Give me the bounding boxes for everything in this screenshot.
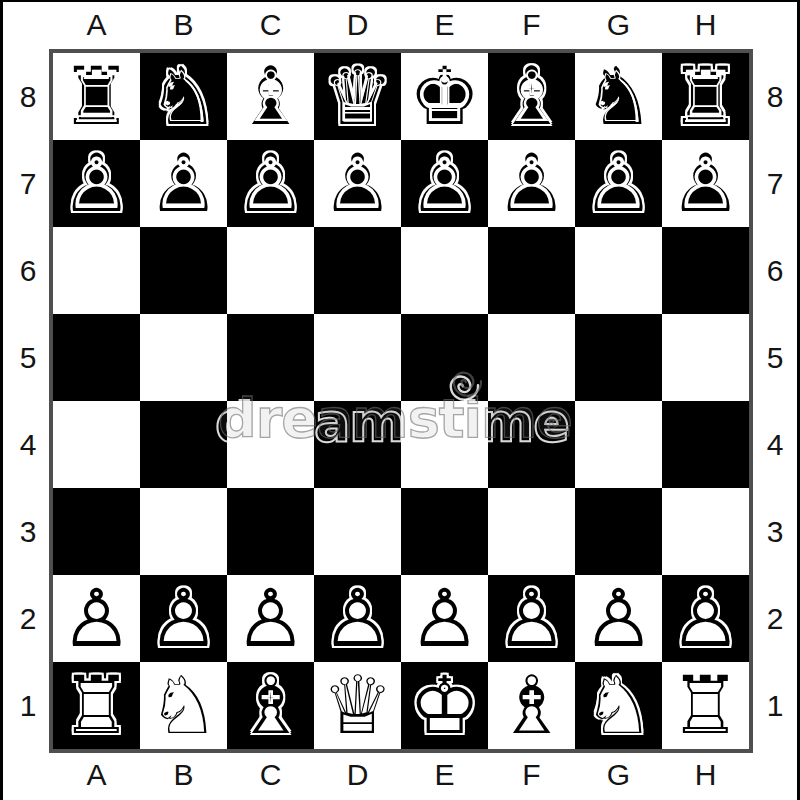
piece-outline-layer: ♙ xyxy=(319,145,396,222)
square-b5[interactable] xyxy=(140,314,227,401)
piece-outline-layer: ♗ xyxy=(227,662,314,749)
square-f5[interactable] xyxy=(488,314,575,401)
square-b7[interactable]: ♟♙ xyxy=(140,140,227,227)
square-g5[interactable] xyxy=(575,314,662,401)
piece-outline-layer: ♙ xyxy=(401,575,488,662)
square-e8[interactable]: ♚♔ xyxy=(401,53,488,140)
square-h6[interactable] xyxy=(662,227,749,314)
piece-outline-layer: ♖ xyxy=(53,662,140,749)
square-d8[interactable]: ♛♕ xyxy=(314,53,401,140)
piece-black-pawn[interactable]: ♟♙ xyxy=(53,140,140,227)
piece-white-pawn[interactable]: ♟♙ xyxy=(401,575,488,662)
file-label-bottom-d: D xyxy=(314,758,401,792)
square-h1[interactable]: ♜♖ xyxy=(662,662,749,749)
rank-label-left-6: 6 xyxy=(10,227,46,314)
piece-outline-layer: ♖ xyxy=(58,58,135,135)
piece-white-rook[interactable]: ♜♖ xyxy=(662,662,749,749)
square-c2[interactable]: ♟♙ xyxy=(227,575,314,662)
piece-outline-layer: ♖ xyxy=(662,662,749,749)
square-e5[interactable] xyxy=(401,314,488,401)
piece-black-pawn[interactable]: ♟♙ xyxy=(575,140,662,227)
square-g3[interactable] xyxy=(575,488,662,575)
piece-white-pawn[interactable]: ♟♙ xyxy=(662,575,749,662)
square-h8[interactable]: ♜♖ xyxy=(662,53,749,140)
piece-outline-layer: ♘ xyxy=(145,58,222,135)
rank-label-left-7: 7 xyxy=(10,140,46,227)
square-b2[interactable]: ♟♙ xyxy=(140,575,227,662)
rank-label-right-2: 2 xyxy=(757,575,793,662)
rank-label-right-5: 5 xyxy=(757,314,793,401)
piece-outline-layer: ♙ xyxy=(667,145,744,222)
file-label-top-a: A xyxy=(53,8,140,42)
square-c5[interactable] xyxy=(227,314,314,401)
piece-outline-layer: ♙ xyxy=(580,145,657,222)
rank-label-right-1: 1 xyxy=(757,662,793,749)
square-b3[interactable] xyxy=(140,488,227,575)
rank-label-right-4: 4 xyxy=(757,401,793,488)
piece-black-pawn[interactable]: ♟♙ xyxy=(401,140,488,227)
piece-black-rook[interactable]: ♜♖ xyxy=(662,53,749,140)
square-d3[interactable] xyxy=(314,488,401,575)
file-label-top-d: D xyxy=(314,8,401,42)
piece-black-pawn[interactable]: ♟♙ xyxy=(227,140,314,227)
square-c7[interactable]: ♟♙ xyxy=(227,140,314,227)
piece-black-queen[interactable]: ♛♕ xyxy=(314,53,401,140)
square-e6[interactable] xyxy=(401,227,488,314)
file-label-top-e: E xyxy=(401,8,488,42)
square-g6[interactable] xyxy=(575,227,662,314)
square-b4[interactable] xyxy=(140,401,227,488)
piece-white-pawn[interactable]: ♟♙ xyxy=(314,575,401,662)
rank-label-left-8: 8 xyxy=(10,53,46,140)
file-label-top-h: H xyxy=(662,8,749,42)
square-d5[interactable] xyxy=(314,314,401,401)
square-e2[interactable]: ♟♙ xyxy=(401,575,488,662)
square-g7[interactable]: ♟♙ xyxy=(575,140,662,227)
image-frame-top xyxy=(0,0,800,2)
piece-outline-layer: ♗ xyxy=(232,58,309,135)
piece-white-pawn[interactable]: ♟♙ xyxy=(53,575,140,662)
piece-black-bishop[interactable]: ♝♗ xyxy=(227,53,314,140)
file-label-bottom-g: G xyxy=(575,758,662,792)
file-label-bottom-h: H xyxy=(662,758,749,792)
square-f7[interactable]: ♟♙ xyxy=(488,140,575,227)
file-label-bottom-f: F xyxy=(488,758,575,792)
piece-white-pawn[interactable]: ♟♙ xyxy=(140,575,227,662)
square-f4[interactable] xyxy=(488,401,575,488)
rank-label-right-8: 8 xyxy=(757,53,793,140)
square-a1[interactable]: ♜♖ xyxy=(53,662,140,749)
square-a2[interactable]: ♟♙ xyxy=(53,575,140,662)
piece-black-rook[interactable]: ♜♖ xyxy=(53,53,140,140)
square-d6[interactable] xyxy=(314,227,401,314)
piece-black-pawn[interactable]: ♟♙ xyxy=(314,140,401,227)
rank-label-right-3: 3 xyxy=(757,488,793,575)
piece-white-rook[interactable]: ♜♖ xyxy=(53,662,140,749)
piece-white-pawn[interactable]: ♟♙ xyxy=(227,575,314,662)
square-h3[interactable] xyxy=(662,488,749,575)
piece-white-king[interactable]: ♚♔ xyxy=(401,662,488,749)
piece-outline-layer: ♙ xyxy=(227,575,314,662)
piece-outline-layer: ♙ xyxy=(488,575,575,662)
square-g2[interactable]: ♟♙ xyxy=(575,575,662,662)
file-label-bottom-c: C xyxy=(227,758,314,792)
square-a8[interactable]: ♜♖ xyxy=(53,53,140,140)
file-label-top-g: G xyxy=(575,8,662,42)
square-b6[interactable] xyxy=(140,227,227,314)
piece-outline-layer: ♘ xyxy=(575,662,662,749)
piece-outline-layer: ♔ xyxy=(401,662,488,749)
file-label-top-c: C xyxy=(227,8,314,42)
piece-white-knight[interactable]: ♞♘ xyxy=(575,662,662,749)
file-label-top-b: B xyxy=(140,8,227,42)
square-b1[interactable]: ♞♘ xyxy=(140,662,227,749)
piece-outline-layer: ♔ xyxy=(406,58,483,135)
square-g1[interactable]: ♞♘ xyxy=(575,662,662,749)
piece-black-knight[interactable]: ♞♘ xyxy=(575,53,662,140)
rank-label-right-7: 7 xyxy=(757,140,793,227)
square-f8[interactable]: ♝♗ xyxy=(488,53,575,140)
piece-white-bishop[interactable]: ♝♗ xyxy=(488,662,575,749)
piece-outline-layer: ♙ xyxy=(406,145,483,222)
piece-outline-layer: ♙ xyxy=(232,145,309,222)
square-e1[interactable]: ♚♔ xyxy=(401,662,488,749)
piece-white-bishop[interactable]: ♝♗ xyxy=(227,662,314,749)
square-a5[interactable] xyxy=(53,314,140,401)
square-h4[interactable] xyxy=(662,401,749,488)
piece-black-pawn[interactable]: ♟♙ xyxy=(140,140,227,227)
rank-label-left-5: 5 xyxy=(10,314,46,401)
piece-outline-layer: ♗ xyxy=(493,58,570,135)
file-label-top-f: F xyxy=(488,8,575,42)
square-c4[interactable] xyxy=(227,401,314,488)
square-d7[interactable]: ♟♙ xyxy=(314,140,401,227)
square-c1[interactable]: ♝♗ xyxy=(227,662,314,749)
square-d2[interactable]: ♟♙ xyxy=(314,575,401,662)
rank-label-right-6: 6 xyxy=(757,227,793,314)
square-g8[interactable]: ♞♘ xyxy=(575,53,662,140)
square-f2[interactable]: ♟♙ xyxy=(488,575,575,662)
piece-outline-layer: ♙ xyxy=(140,575,227,662)
image-frame-left xyxy=(0,0,3,800)
rank-label-left-1: 1 xyxy=(10,662,46,749)
square-f6[interactable] xyxy=(488,227,575,314)
rank-label-left-3: 3 xyxy=(10,488,46,575)
square-c6[interactable] xyxy=(227,227,314,314)
piece-black-knight[interactable]: ♞♘ xyxy=(140,53,227,140)
piece-outline-layer: ♙ xyxy=(53,575,140,662)
piece-black-bishop[interactable]: ♝♗ xyxy=(488,53,575,140)
piece-black-king[interactable]: ♚♔ xyxy=(401,53,488,140)
square-b8[interactable]: ♞♘ xyxy=(140,53,227,140)
piece-outline-layer: ♘ xyxy=(140,662,227,749)
piece-white-knight[interactable]: ♞♘ xyxy=(140,662,227,749)
square-a3[interactable] xyxy=(53,488,140,575)
square-a4[interactable] xyxy=(53,401,140,488)
square-d4[interactable] xyxy=(314,401,401,488)
piece-black-pawn[interactable]: ♟♙ xyxy=(488,140,575,227)
square-c8[interactable]: ♝♗ xyxy=(227,53,314,140)
piece-outline-layer: ♖ xyxy=(667,58,744,135)
piece-outline-layer: ♕ xyxy=(319,58,396,135)
piece-outline-layer: ♗ xyxy=(488,662,575,749)
piece-white-queen[interactable]: ♛♕ xyxy=(314,662,401,749)
piece-outline-layer: ♙ xyxy=(575,575,662,662)
square-h2[interactable]: ♟♙ xyxy=(662,575,749,662)
piece-black-pawn[interactable]: ♟♙ xyxy=(662,140,749,227)
square-h7[interactable]: ♟♙ xyxy=(662,140,749,227)
chess-board: ♜♖♞♘♝♗♛♕♚♔♝♗♞♘♜♖♟♙♟♙♟♙♟♙♟♙♟♙♟♙♟♙♟♙♟♙♟♙♟♙… xyxy=(49,49,753,753)
square-e4[interactable] xyxy=(401,401,488,488)
file-label-bottom-a: A xyxy=(53,758,140,792)
piece-outline-layer: ♙ xyxy=(314,575,401,662)
piece-outline-layer: ♙ xyxy=(145,145,222,222)
square-e7[interactable]: ♟♙ xyxy=(401,140,488,227)
square-g4[interactable] xyxy=(575,401,662,488)
square-h5[interactable] xyxy=(662,314,749,401)
piece-outline-layer: ♕ xyxy=(314,662,401,749)
square-c3[interactable] xyxy=(227,488,314,575)
piece-outline-layer: ♙ xyxy=(58,145,135,222)
rank-label-left-2: 2 xyxy=(10,575,46,662)
square-a7[interactable]: ♟♙ xyxy=(53,140,140,227)
piece-outline-layer: ♙ xyxy=(662,575,749,662)
square-f1[interactable]: ♝♗ xyxy=(488,662,575,749)
piece-white-pawn[interactable]: ♟♙ xyxy=(575,575,662,662)
file-label-bottom-e: E xyxy=(401,758,488,792)
piece-outline-layer: ♘ xyxy=(580,58,657,135)
rank-label-left-4: 4 xyxy=(10,401,46,488)
piece-white-pawn[interactable]: ♟♙ xyxy=(488,575,575,662)
square-d1[interactable]: ♛♕ xyxy=(314,662,401,749)
square-f3[interactable] xyxy=(488,488,575,575)
piece-outline-layer: ♙ xyxy=(493,145,570,222)
square-e3[interactable] xyxy=(401,488,488,575)
square-a6[interactable] xyxy=(53,227,140,314)
file-label-bottom-b: B xyxy=(140,758,227,792)
